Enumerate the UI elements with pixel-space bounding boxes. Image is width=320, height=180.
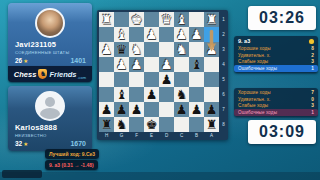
rank-label-8: 8 bbox=[219, 122, 228, 127]
black-pawn-d5[interactable]: ♟ bbox=[161, 72, 173, 87]
white-knight-c3[interactable]: ♞ bbox=[176, 42, 188, 57]
square-a5[interactable] bbox=[204, 72, 219, 87]
square-a8[interactable]: ♜ bbox=[204, 117, 219, 132]
square-e2[interactable]: ♟ bbox=[144, 27, 159, 42]
square-a1[interactable]: ♜ bbox=[204, 12, 219, 27]
white-pawn-e2[interactable]: ♟ bbox=[146, 27, 158, 42]
move-panel-white[interactable]: 9. a3 Хорошие ходы8Удивительн. х.2Слабые… bbox=[234, 36, 318, 73]
square-c2[interactable]: ♟ bbox=[174, 27, 189, 42]
square-f4[interactable]: ♟ bbox=[129, 57, 144, 72]
square-d8[interactable] bbox=[159, 117, 174, 132]
square-e8[interactable]: ♚ bbox=[144, 117, 159, 132]
black-rook-h8[interactable]: ♜ bbox=[101, 117, 113, 132]
square-g7[interactable]: ♟ bbox=[114, 102, 129, 117]
white-pawn-f4[interactable]: ♟ bbox=[131, 57, 143, 72]
black-bishop-b4[interactable]: ♝ bbox=[191, 57, 203, 72]
square-f1[interactable]: ♚ bbox=[129, 12, 144, 27]
square-e1[interactable] bbox=[144, 12, 159, 27]
white-pawn-b2[interactable]: ♟ bbox=[191, 27, 203, 42]
file-label-D: D bbox=[159, 133, 174, 138]
file-label-E: E bbox=[144, 133, 159, 138]
stats-rows-black: Хорошие ходы7Удивительн. х.0Слабые ходы3… bbox=[234, 89, 318, 116]
square-c6[interactable]: ♞ bbox=[174, 87, 189, 102]
square-b8[interactable] bbox=[189, 117, 204, 132]
square-e4[interactable] bbox=[144, 57, 159, 72]
logo-text-friends: Friends bbox=[49, 70, 76, 79]
logo-text-tld: .com bbox=[77, 75, 86, 80]
star-icon: ★ bbox=[23, 58, 28, 64]
stat-label: Слабые ходы bbox=[238, 103, 268, 108]
square-f6[interactable] bbox=[129, 87, 144, 102]
black-pawn-c7[interactable]: ♟ bbox=[176, 102, 188, 117]
rank-label-3: 3 bbox=[219, 47, 228, 52]
white-queen-d1[interactable]: ♛ bbox=[161, 12, 173, 27]
black-pawn-h7[interactable]: ♟ bbox=[101, 102, 113, 117]
white-bishop-c1[interactable]: ♝ bbox=[176, 12, 188, 27]
avatar-white[interactable] bbox=[35, 8, 65, 38]
square-h5[interactable] bbox=[99, 72, 114, 87]
player-name-white: Javi231105 bbox=[8, 40, 92, 49]
avatar-black[interactable] bbox=[35, 91, 65, 121]
square-f3[interactable]: ♞ bbox=[129, 42, 144, 57]
player-card-black[interactable]: Karlos8888 НЕИЗВЕСТНО 32 ★ 1670 bbox=[8, 86, 92, 151]
stat-row: Удивительн. х.2 bbox=[234, 52, 318, 59]
square-f5[interactable] bbox=[129, 72, 144, 87]
stat-label: Удивительн. х. bbox=[238, 53, 270, 58]
white-bishop-g2[interactable]: ♝ bbox=[116, 27, 128, 42]
rank-label-4: 4 bbox=[219, 62, 228, 67]
square-c8[interactable] bbox=[174, 117, 189, 132]
stat-value: 0 bbox=[311, 97, 314, 102]
best-move-tip: Лучший ход: 9.Сe3 bbox=[45, 149, 99, 159]
rank-label-1: 1 bbox=[219, 17, 228, 22]
last-move-text: 9. a3 bbox=[238, 38, 250, 44]
black-knight-c6[interactable]: ♞ bbox=[176, 87, 188, 102]
stat-row: Ошибочные ходы1 bbox=[234, 65, 318, 72]
stat-value: 8 bbox=[311, 46, 314, 51]
square-b4[interactable]: ♝ bbox=[189, 57, 204, 72]
square-c7[interactable]: ♟ bbox=[174, 102, 189, 117]
square-b5[interactable] bbox=[189, 72, 204, 87]
rank-label-6: 6 bbox=[219, 92, 228, 97]
file-label-H: H bbox=[99, 133, 114, 138]
square-b1[interactable] bbox=[189, 12, 204, 27]
square-e6[interactable]: ♟ bbox=[144, 87, 159, 102]
chessfriends-logo[interactable]: Chess ♞ Friends .com bbox=[8, 66, 92, 82]
square-d5[interactable]: ♟ bbox=[159, 72, 174, 87]
stat-row: Хорошие ходы7 bbox=[234, 89, 318, 96]
logo-text-chess: Chess bbox=[14, 70, 37, 79]
black-pawn-f7[interactable]: ♟ bbox=[131, 102, 143, 117]
square-b6[interactable] bbox=[189, 87, 204, 102]
square-f8[interactable] bbox=[129, 117, 144, 132]
square-a3[interactable]: ♟ bbox=[204, 42, 219, 57]
square-d4[interactable]: ♟ bbox=[159, 57, 174, 72]
stat-row: Хорошие ходы8 bbox=[234, 45, 318, 52]
rank-label-7: 7 bbox=[219, 107, 228, 112]
square-b2[interactable]: ♟ bbox=[189, 27, 204, 42]
square-f2[interactable] bbox=[129, 27, 144, 42]
white-pawn-g4[interactable]: ♟ bbox=[116, 57, 128, 72]
square-g2[interactable]: ♝ bbox=[114, 27, 129, 42]
square-c5[interactable] bbox=[174, 72, 189, 87]
player-name-black: Karlos8888 bbox=[8, 123, 92, 132]
white-rook-h1[interactable]: ♜ bbox=[101, 12, 113, 27]
square-d6[interactable] bbox=[159, 87, 174, 102]
white-pawn-d4[interactable]: ♟ bbox=[161, 57, 173, 72]
player-card-white[interactable]: Javi231105 СОЕДИНЕННЫЕ ШТАТЫ 26 ★ 1401 bbox=[8, 3, 92, 68]
square-h8[interactable]: ♜ bbox=[99, 117, 114, 132]
board-frame: ♜♚♛♝♜♝♟♟♟♟♛♞♞♟♟♟♟♝♟♝♟♞♟♟♟♟♟♟♜♞♚♜ 1234567… bbox=[97, 10, 228, 140]
stat-label: Хорошие ходы bbox=[238, 46, 271, 51]
square-c4[interactable] bbox=[174, 57, 189, 72]
square-b7[interactable]: ♟ bbox=[189, 102, 204, 117]
square-d2[interactable] bbox=[159, 27, 174, 42]
corner-bar bbox=[2, 170, 42, 178]
stats-rows-white: Хорошие ходы8Удивительн. х.2Слабые ходы3… bbox=[234, 45, 318, 72]
white-rook-a1[interactable]: ♜ bbox=[206, 12, 218, 27]
stat-value: 7 bbox=[311, 90, 314, 95]
stat-value: 1 bbox=[311, 110, 314, 115]
stat-label: Ошибочные ходы bbox=[238, 110, 277, 115]
square-a6[interactable] bbox=[204, 87, 219, 102]
clock-black: 03:09 bbox=[248, 120, 316, 144]
square-c1[interactable]: ♝ bbox=[174, 12, 189, 27]
knight-shield-icon: ♞ bbox=[38, 69, 47, 79]
stat-row: Слабые ходы3 bbox=[234, 59, 318, 66]
rank-label-2: 2 bbox=[219, 32, 228, 37]
square-a2[interactable] bbox=[204, 27, 219, 42]
stat-row: Слабые ходы3 bbox=[234, 103, 318, 110]
last-move-row[interactable]: 9. a3 bbox=[234, 37, 318, 45]
black-queen-g3[interactable]: ♛ bbox=[116, 42, 128, 57]
move-panel-black[interactable]: Хорошие ходы7Удивительн. х.0Слабые ходы3… bbox=[234, 88, 318, 117]
player-rating-white: 1401 bbox=[70, 57, 86, 64]
square-a4[interactable] bbox=[204, 57, 219, 72]
square-g5[interactable] bbox=[114, 72, 129, 87]
black-king-e8[interactable]: ♚ bbox=[146, 117, 158, 132]
square-h7[interactable]: ♟ bbox=[99, 102, 114, 117]
stat-value: 2 bbox=[311, 53, 314, 58]
square-d1[interactable]: ♛ bbox=[159, 12, 174, 27]
square-g6[interactable]: ♝ bbox=[114, 87, 129, 102]
square-f7[interactable]: ♟ bbox=[129, 102, 144, 117]
square-b3[interactable] bbox=[189, 42, 204, 57]
black-pawn-b7[interactable]: ♟ bbox=[191, 102, 203, 117]
rank-label-5: 5 bbox=[219, 77, 228, 82]
bottom-wave-band bbox=[0, 172, 320, 180]
stat-label: Хорошие ходы bbox=[238, 90, 271, 95]
square-h3[interactable]: ♟ bbox=[99, 42, 114, 57]
square-h4[interactable] bbox=[99, 57, 114, 72]
stat-value: 3 bbox=[311, 59, 314, 64]
black-pawn-a7[interactable]: ♟ bbox=[206, 102, 218, 117]
game-screen: Javi231105 СОЕДИНЕННЫЕ ШТАТЫ 26 ★ 1401 C… bbox=[0, 0, 320, 180]
player-stars-black: 32 bbox=[15, 140, 22, 147]
square-e5[interactable] bbox=[144, 72, 159, 87]
stat-label: Слабые ходы bbox=[238, 59, 268, 64]
square-e3[interactable] bbox=[144, 42, 159, 57]
black-rook-a8[interactable]: ♜ bbox=[206, 117, 218, 132]
square-c3[interactable]: ♞ bbox=[174, 42, 189, 57]
white-pawn-c2[interactable]: ♟ bbox=[176, 27, 188, 42]
square-g3[interactable]: ♛ bbox=[114, 42, 129, 57]
silhouette-head bbox=[45, 97, 55, 107]
file-label-C: C bbox=[174, 133, 189, 138]
played-move-eval: 9. a3 (0.31 → -1.48) bbox=[45, 160, 98, 170]
file-label-F: F bbox=[129, 133, 144, 138]
file-label-B: B bbox=[189, 133, 204, 138]
stat-value: 1 bbox=[311, 66, 314, 71]
move-quality-badge-icon bbox=[309, 39, 314, 44]
white-pawn-h3[interactable]: ♟ bbox=[101, 42, 113, 57]
white-pawn-a3[interactable]: ♟ bbox=[206, 42, 218, 57]
black-pawn-e6[interactable]: ♟ bbox=[146, 87, 158, 102]
file-label-A: A bbox=[204, 133, 219, 138]
square-d3[interactable] bbox=[159, 42, 174, 57]
square-e7[interactable] bbox=[144, 102, 159, 117]
square-g4[interactable]: ♟ bbox=[114, 57, 129, 72]
black-bishop-g6[interactable]: ♝ bbox=[116, 87, 128, 102]
square-d7[interactable] bbox=[159, 102, 174, 117]
square-g1[interactable] bbox=[114, 12, 129, 27]
black-pawn-g7[interactable]: ♟ bbox=[116, 102, 128, 117]
stat-label: Ошибочные ходы bbox=[238, 66, 277, 71]
square-h1[interactable]: ♜ bbox=[99, 12, 114, 27]
square-h6[interactable] bbox=[99, 87, 114, 102]
white-knight-f3[interactable]: ♞ bbox=[131, 42, 143, 57]
stat-value: 3 bbox=[311, 103, 314, 108]
clock-white: 03:26 bbox=[248, 6, 316, 30]
square-a7[interactable]: ♟ bbox=[204, 102, 219, 117]
chess-board[interactable]: ♜♚♛♝♜♝♟♟♟♟♛♞♞♟♟♟♟♝♟♝♟♞♟♟♟♟♟♟♜♞♚♜ bbox=[99, 12, 219, 132]
square-h2[interactable] bbox=[99, 27, 114, 42]
stat-label: Удивительн. х. bbox=[238, 97, 270, 102]
square-g8[interactable]: ♞ bbox=[114, 117, 129, 132]
star-icon: ★ bbox=[23, 141, 28, 147]
stat-row: Ошибочные ходы1 bbox=[234, 109, 318, 116]
silhouette-body bbox=[40, 108, 60, 120]
player-rating-black: 1670 bbox=[70, 140, 86, 147]
player-stars-white: 26 bbox=[15, 57, 22, 64]
black-knight-g8[interactable]: ♞ bbox=[116, 117, 128, 132]
file-label-G: G bbox=[114, 133, 129, 138]
white-king-f1[interactable]: ♚ bbox=[131, 12, 143, 27]
stat-row: Удивительн. х.0 bbox=[234, 96, 318, 103]
